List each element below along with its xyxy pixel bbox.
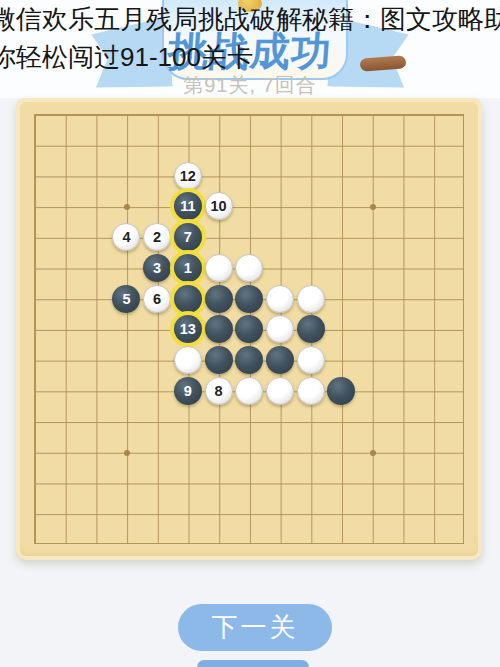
intersection[interactable] bbox=[19, 283, 50, 314]
stone-white bbox=[266, 285, 294, 313]
intersection[interactable] bbox=[295, 498, 326, 529]
move-number: 3 bbox=[153, 254, 161, 282]
intersection[interactable] bbox=[19, 130, 50, 161]
intersection[interactable] bbox=[50, 283, 81, 314]
move-number: 13 bbox=[180, 315, 196, 343]
intersection[interactable] bbox=[295, 130, 326, 161]
intersection[interactable] bbox=[80, 222, 111, 253]
intersection[interactable] bbox=[326, 406, 357, 437]
intersection[interactable] bbox=[418, 467, 449, 498]
stone-black bbox=[297, 315, 325, 343]
intersection[interactable] bbox=[50, 498, 81, 529]
intersection[interactable] bbox=[449, 467, 480, 498]
intersection[interactable] bbox=[326, 529, 357, 560]
intersection[interactable] bbox=[449, 375, 480, 406]
stone-black bbox=[235, 346, 263, 374]
intersection[interactable] bbox=[111, 467, 142, 498]
intersection[interactable] bbox=[295, 529, 326, 560]
intersection[interactable]: 6 bbox=[142, 283, 173, 314]
intersection[interactable] bbox=[50, 130, 81, 161]
intersection[interactable] bbox=[19, 437, 50, 468]
intersection[interactable] bbox=[142, 437, 173, 468]
intersection[interactable] bbox=[387, 406, 418, 437]
intersection[interactable]: 10 bbox=[203, 191, 234, 222]
intersection[interactable] bbox=[173, 498, 204, 529]
intersection[interactable] bbox=[203, 253, 234, 284]
intersection[interactable] bbox=[295, 160, 326, 191]
intersection[interactable]: 12 bbox=[173, 160, 204, 191]
intersection[interactable] bbox=[50, 375, 81, 406]
intersection[interactable] bbox=[173, 437, 204, 468]
intersection[interactable] bbox=[387, 498, 418, 529]
intersection[interactable] bbox=[449, 406, 480, 437]
intersection[interactable] bbox=[357, 253, 388, 284]
stone-black bbox=[266, 346, 294, 374]
intersection[interactable] bbox=[203, 283, 234, 314]
stone-black-move-7: 7 bbox=[174, 223, 202, 251]
intersection[interactable] bbox=[234, 345, 265, 376]
game-board: 12111042731561398 bbox=[16, 98, 482, 560]
stone-white bbox=[297, 285, 325, 313]
intersection[interactable] bbox=[295, 406, 326, 437]
intersection[interactable] bbox=[50, 406, 81, 437]
stone-black-move-5: 5 bbox=[112, 285, 140, 313]
intersection[interactable] bbox=[265, 314, 296, 345]
intersection[interactable] bbox=[142, 345, 173, 376]
intersection[interactable] bbox=[142, 375, 173, 406]
stone-white-move-2: 2 bbox=[143, 223, 171, 251]
move-number: 4 bbox=[122, 223, 130, 251]
intersection[interactable] bbox=[295, 467, 326, 498]
intersection[interactable] bbox=[265, 529, 296, 560]
intersection[interactable] bbox=[80, 253, 111, 284]
intersection[interactable] bbox=[234, 467, 265, 498]
intersection[interactable] bbox=[234, 253, 265, 284]
intersection[interactable] bbox=[357, 222, 388, 253]
move-number: 6 bbox=[153, 285, 161, 313]
board-intersections: 12111042731561398 bbox=[19, 99, 480, 560]
intersection[interactable] bbox=[449, 345, 480, 376]
intersection[interactable] bbox=[449, 529, 480, 560]
page-title-line1: 微信欢乐五月残局挑战破解秘籍：图文攻略助 bbox=[0, 4, 500, 34]
intersection[interactable] bbox=[418, 498, 449, 529]
stone-white-move-6: 6 bbox=[143, 285, 171, 313]
intersection[interactable] bbox=[326, 314, 357, 345]
stone-white bbox=[235, 254, 263, 282]
intersection[interactable] bbox=[326, 498, 357, 529]
stone-black bbox=[174, 285, 202, 313]
intersection[interactable] bbox=[50, 160, 81, 191]
intersection[interactable] bbox=[449, 314, 480, 345]
intersection[interactable] bbox=[203, 406, 234, 437]
intersection[interactable] bbox=[326, 283, 357, 314]
intersection[interactable] bbox=[265, 498, 296, 529]
intersection[interactable] bbox=[50, 99, 81, 130]
intersection[interactable] bbox=[449, 99, 480, 130]
move-number: 2 bbox=[153, 223, 161, 251]
intersection[interactable] bbox=[326, 222, 357, 253]
move-number: 12 bbox=[180, 162, 196, 190]
intersection[interactable] bbox=[111, 437, 142, 468]
intersection[interactable] bbox=[449, 498, 480, 529]
intersection[interactable] bbox=[326, 191, 357, 222]
intersection[interactable] bbox=[387, 467, 418, 498]
intersection[interactable] bbox=[234, 406, 265, 437]
intersection[interactable] bbox=[418, 253, 449, 284]
intersection[interactable] bbox=[295, 283, 326, 314]
intersection[interactable] bbox=[357, 467, 388, 498]
level-info: 第91关, 7回合 bbox=[0, 72, 500, 99]
intersection[interactable] bbox=[449, 130, 480, 161]
intersection[interactable] bbox=[387, 222, 418, 253]
intersection[interactable] bbox=[357, 529, 388, 560]
intersection[interactable] bbox=[19, 222, 50, 253]
intersection[interactable] bbox=[357, 191, 388, 222]
intersection[interactable] bbox=[50, 437, 81, 468]
intersection[interactable] bbox=[326, 160, 357, 191]
intersection[interactable] bbox=[387, 314, 418, 345]
intersection[interactable] bbox=[19, 406, 50, 437]
intersection[interactable] bbox=[173, 130, 204, 161]
intersection[interactable] bbox=[111, 160, 142, 191]
stone-black bbox=[205, 315, 233, 343]
intersection[interactable] bbox=[111, 253, 142, 284]
intersection[interactable] bbox=[326, 467, 357, 498]
intersection[interactable] bbox=[19, 498, 50, 529]
intersection[interactable] bbox=[449, 283, 480, 314]
intersection[interactable] bbox=[387, 130, 418, 161]
intersection[interactable] bbox=[19, 345, 50, 376]
intersection[interactable] bbox=[19, 99, 50, 130]
intersection[interactable] bbox=[449, 222, 480, 253]
intersection[interactable] bbox=[387, 191, 418, 222]
intersection[interactable] bbox=[111, 99, 142, 130]
intersection[interactable] bbox=[142, 498, 173, 529]
intersection[interactable]: 3 bbox=[142, 253, 173, 284]
intersection[interactable] bbox=[173, 529, 204, 560]
intersection[interactable]: 8 bbox=[203, 375, 234, 406]
move-number: 8 bbox=[215, 377, 223, 405]
intersection[interactable] bbox=[357, 314, 388, 345]
intersection[interactable] bbox=[203, 529, 234, 560]
stone-white bbox=[297, 346, 325, 374]
intersection[interactable] bbox=[265, 99, 296, 130]
intersection[interactable] bbox=[387, 99, 418, 130]
intersection[interactable] bbox=[111, 406, 142, 437]
intersection[interactable] bbox=[295, 191, 326, 222]
intersection[interactable] bbox=[295, 345, 326, 376]
intersection[interactable] bbox=[19, 529, 50, 560]
intersection[interactable]: 2 bbox=[142, 222, 173, 253]
intersection[interactable] bbox=[234, 314, 265, 345]
stone-black bbox=[235, 285, 263, 313]
intersection[interactable] bbox=[449, 437, 480, 468]
intersection[interactable] bbox=[387, 345, 418, 376]
intersection[interactable] bbox=[142, 314, 173, 345]
intersection[interactable] bbox=[19, 375, 50, 406]
intersection[interactable] bbox=[234, 222, 265, 253]
intersection[interactable] bbox=[326, 375, 357, 406]
intersection[interactable] bbox=[142, 99, 173, 130]
intersection[interactable] bbox=[418, 345, 449, 376]
intersection[interactable]: 4 bbox=[111, 222, 142, 253]
intersection[interactable] bbox=[234, 160, 265, 191]
intersection[interactable] bbox=[357, 406, 388, 437]
intersection[interactable] bbox=[203, 99, 234, 130]
intersection[interactable] bbox=[80, 130, 111, 161]
intersection[interactable] bbox=[234, 437, 265, 468]
intersection[interactable]: 5 bbox=[111, 283, 142, 314]
intersection[interactable] bbox=[173, 467, 204, 498]
intersection[interactable] bbox=[142, 529, 173, 560]
intersection[interactable] bbox=[80, 406, 111, 437]
intersection[interactable] bbox=[80, 160, 111, 191]
intersection[interactable] bbox=[234, 529, 265, 560]
intersection[interactable] bbox=[203, 498, 234, 529]
intersection[interactable] bbox=[19, 314, 50, 345]
intersection[interactable] bbox=[418, 222, 449, 253]
intersection[interactable] bbox=[80, 437, 111, 468]
stone-white bbox=[266, 377, 294, 405]
intersection[interactable] bbox=[19, 253, 50, 284]
intersection[interactable] bbox=[387, 253, 418, 284]
intersection[interactable]: 1 bbox=[173, 253, 204, 284]
intersection[interactable] bbox=[265, 191, 296, 222]
stone-white bbox=[205, 254, 233, 282]
intersection[interactable] bbox=[295, 253, 326, 284]
intersection[interactable] bbox=[142, 406, 173, 437]
intersection[interactable] bbox=[80, 467, 111, 498]
intersection[interactable] bbox=[295, 314, 326, 345]
intersection[interactable] bbox=[19, 467, 50, 498]
intersection[interactable] bbox=[418, 160, 449, 191]
stone-black-move-3: 3 bbox=[143, 254, 171, 282]
intersection[interactable] bbox=[80, 99, 111, 130]
stone-white-move-4: 4 bbox=[112, 223, 140, 251]
intersection[interactable] bbox=[449, 191, 480, 222]
next-level-button[interactable]: 下一关 bbox=[178, 604, 332, 651]
intersection[interactable] bbox=[234, 283, 265, 314]
intersection[interactable] bbox=[50, 345, 81, 376]
page-title-line2: 你轻松闯过91-100关卡 bbox=[0, 42, 253, 72]
intersection[interactable] bbox=[295, 222, 326, 253]
intersection[interactable] bbox=[418, 406, 449, 437]
intersection[interactable]: 7 bbox=[173, 222, 204, 253]
intersection[interactable] bbox=[418, 130, 449, 161]
intersection[interactable] bbox=[418, 437, 449, 468]
stone-black bbox=[235, 315, 263, 343]
intersection[interactable] bbox=[449, 253, 480, 284]
intersection[interactable] bbox=[19, 160, 50, 191]
intersection[interactable] bbox=[326, 99, 357, 130]
intersection[interactable] bbox=[203, 437, 234, 468]
intersection[interactable] bbox=[265, 222, 296, 253]
intersection[interactable] bbox=[357, 160, 388, 191]
move-number: 11 bbox=[180, 192, 195, 220]
stone-black bbox=[327, 377, 355, 405]
intersection[interactable] bbox=[203, 160, 234, 191]
intersection[interactable] bbox=[295, 375, 326, 406]
intersection[interactable] bbox=[80, 314, 111, 345]
intersection[interactable] bbox=[111, 375, 142, 406]
intersection[interactable] bbox=[142, 160, 173, 191]
intersection[interactable] bbox=[357, 375, 388, 406]
intersection[interactable] bbox=[326, 345, 357, 376]
stone-white-move-12: 12 bbox=[174, 162, 202, 190]
intersection[interactable]: 9 bbox=[173, 375, 204, 406]
intersection[interactable] bbox=[50, 253, 81, 284]
stone-white bbox=[266, 315, 294, 343]
intersection[interactable] bbox=[418, 283, 449, 314]
intersection[interactable] bbox=[265, 253, 296, 284]
intersection[interactable] bbox=[357, 498, 388, 529]
intersection[interactable] bbox=[295, 437, 326, 468]
secondary-button-sliver[interactable] bbox=[197, 660, 309, 667]
stone-black-move-1: 1 bbox=[174, 254, 202, 282]
intersection[interactable] bbox=[387, 375, 418, 406]
intersection[interactable] bbox=[80, 529, 111, 560]
intersection[interactable] bbox=[80, 498, 111, 529]
intersection[interactable] bbox=[142, 191, 173, 222]
move-number: 1 bbox=[184, 254, 192, 282]
intersection[interactable] bbox=[111, 529, 142, 560]
intersection[interactable] bbox=[50, 529, 81, 560]
stone-white bbox=[174, 346, 202, 374]
intersection[interactable] bbox=[173, 99, 204, 130]
intersection[interactable] bbox=[234, 99, 265, 130]
intersection[interactable] bbox=[387, 283, 418, 314]
intersection[interactable] bbox=[50, 191, 81, 222]
move-number: 9 bbox=[184, 377, 192, 405]
stone-white-move-10: 10 bbox=[205, 192, 233, 220]
intersection[interactable] bbox=[80, 345, 111, 376]
stone-black-move-9: 9 bbox=[174, 377, 202, 405]
intersection[interactable]: 13 bbox=[173, 314, 204, 345]
intersection[interactable] bbox=[173, 406, 204, 437]
intersection[interactable] bbox=[357, 437, 388, 468]
intersection[interactable] bbox=[449, 160, 480, 191]
intersection[interactable] bbox=[418, 99, 449, 130]
intersection[interactable] bbox=[265, 375, 296, 406]
intersection[interactable] bbox=[80, 191, 111, 222]
intersection[interactable] bbox=[265, 160, 296, 191]
intersection[interactable] bbox=[203, 467, 234, 498]
intersection[interactable] bbox=[265, 345, 296, 376]
intersection[interactable] bbox=[295, 99, 326, 130]
stone-black bbox=[205, 285, 233, 313]
intersection[interactable] bbox=[142, 130, 173, 161]
stone-white bbox=[297, 377, 325, 405]
move-number: 5 bbox=[122, 285, 130, 313]
intersection[interactable] bbox=[50, 222, 81, 253]
intersection[interactable] bbox=[234, 191, 265, 222]
intersection[interactable] bbox=[265, 406, 296, 437]
intersection[interactable] bbox=[387, 529, 418, 560]
intersection[interactable] bbox=[111, 130, 142, 161]
stone-white bbox=[235, 377, 263, 405]
stone-black bbox=[205, 346, 233, 374]
intersection[interactable] bbox=[80, 375, 111, 406]
intersection[interactable] bbox=[418, 191, 449, 222]
intersection[interactable] bbox=[234, 498, 265, 529]
move-number: 10 bbox=[210, 192, 226, 220]
intersection[interactable] bbox=[173, 345, 204, 376]
intersection[interactable] bbox=[326, 130, 357, 161]
intersection[interactable] bbox=[50, 467, 81, 498]
intersection[interactable] bbox=[142, 467, 173, 498]
intersection[interactable] bbox=[418, 314, 449, 345]
intersection[interactable] bbox=[234, 375, 265, 406]
intersection[interactable] bbox=[265, 283, 296, 314]
intersection[interactable] bbox=[203, 345, 234, 376]
intersection[interactable] bbox=[80, 283, 111, 314]
intersection[interactable] bbox=[357, 99, 388, 130]
intersection[interactable] bbox=[234, 130, 265, 161]
intersection[interactable] bbox=[357, 345, 388, 376]
intersection[interactable] bbox=[50, 314, 81, 345]
intersection[interactable] bbox=[387, 437, 418, 468]
intersection[interactable] bbox=[203, 130, 234, 161]
intersection[interactable] bbox=[357, 130, 388, 161]
intersection[interactable] bbox=[418, 375, 449, 406]
stone-black-move-13: 13 bbox=[174, 315, 202, 343]
intersection[interactable] bbox=[203, 222, 234, 253]
intersection[interactable] bbox=[265, 437, 296, 468]
intersection[interactable] bbox=[111, 498, 142, 529]
intersection[interactable] bbox=[326, 253, 357, 284]
intersection[interactable] bbox=[265, 130, 296, 161]
intersection[interactable] bbox=[357, 283, 388, 314]
intersection[interactable] bbox=[19, 191, 50, 222]
intersection[interactable] bbox=[326, 437, 357, 468]
intersection[interactable] bbox=[111, 191, 142, 222]
intersection[interactable]: 11 bbox=[173, 191, 204, 222]
move-number: 7 bbox=[184, 223, 192, 251]
intersection[interactable] bbox=[203, 314, 234, 345]
stone-black-move-11: 11 bbox=[174, 192, 202, 220]
intersection[interactable] bbox=[111, 314, 142, 345]
intersection[interactable] bbox=[173, 283, 204, 314]
intersection[interactable] bbox=[418, 529, 449, 560]
intersection[interactable] bbox=[111, 345, 142, 376]
page-title: 微信欢乐五月残局挑战破解秘籍：图文攻略助 你轻松闯过91-100关卡 bbox=[0, 0, 500, 76]
intersection[interactable] bbox=[265, 467, 296, 498]
intersection[interactable] bbox=[387, 160, 418, 191]
stone-white-move-8: 8 bbox=[205, 377, 233, 405]
